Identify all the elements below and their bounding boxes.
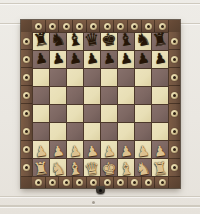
board-border-left [21, 32, 32, 177]
square-f6 [118, 69, 134, 86]
white-king: ♚ [100, 159, 118, 178]
chess-board: ♜♞♝♛♚♝♞♜♟♟♟♟♟♟♟♟♟♟♟♟♟♟♟♟♜♞♝♛♚♝♞♜ [21, 20, 180, 188]
square-b1: ♞ [50, 159, 66, 176]
brass-ring-ornament [131, 179, 138, 186]
brass-ring-ornament [35, 179, 42, 186]
square-a1: ♜ [33, 159, 49, 176]
brass-ring-ornament [171, 56, 178, 63]
box-latch [96, 186, 105, 194]
square-h6 [152, 69, 168, 86]
black-pawn: ♟ [32, 50, 50, 67]
brass-ring-ornament [23, 74, 30, 81]
square-a7: ♟ [33, 51, 49, 68]
square-g5 [135, 87, 151, 104]
black-king: ♚ [100, 30, 119, 50]
square-e6 [101, 69, 117, 86]
board-border-right [169, 32, 180, 177]
brass-ring-ornament [23, 164, 30, 171]
brass-ring-ornament [117, 23, 124, 30]
white-bishop: ♝ [66, 159, 84, 178]
brass-ring-ornament [171, 110, 178, 117]
brass-ring-ornament [49, 23, 56, 30]
square-f8: ♝ [118, 33, 134, 50]
square-h1: ♜ [152, 159, 168, 176]
black-bishop: ♝ [66, 30, 85, 50]
square-g3 [135, 123, 151, 140]
square-c2: ♟ [67, 141, 83, 158]
board-border-corner [169, 177, 180, 188]
square-e7: ♟ [101, 51, 117, 68]
brass-ring-ornament [23, 110, 30, 117]
square-d7: ♟ [84, 51, 100, 68]
square-c4 [67, 105, 83, 122]
black-pawn: ♟ [100, 50, 118, 67]
square-a6 [33, 69, 49, 86]
black-pawn: ♟ [66, 50, 84, 67]
square-e5 [101, 87, 117, 104]
white-pawn: ♟ [134, 142, 152, 158]
black-pawn: ♟ [83, 50, 101, 67]
black-pawn: ♟ [134, 50, 152, 67]
square-d1: ♛ [84, 159, 100, 176]
square-b6 [50, 69, 66, 86]
square-b4 [50, 105, 66, 122]
white-pawn: ♟ [83, 142, 101, 158]
square-e3 [101, 123, 117, 140]
square-b5 [50, 87, 66, 104]
plank-seam [0, 205, 200, 207]
square-g2: ♟ [135, 141, 151, 158]
black-bishop: ♝ [117, 30, 136, 50]
square-c7: ♟ [67, 51, 83, 68]
black-knight: ♞ [49, 30, 68, 50]
square-g4 [135, 105, 151, 122]
brass-ring-ornament [63, 179, 70, 186]
brass-ring-ornament [90, 179, 97, 186]
photo-scene: ♜♞♝♛♚♝♞♜♟♟♟♟♟♟♟♟♟♟♟♟♟♟♟♟♜♞♝♛♚♝♞♜ [0, 0, 200, 214]
brass-ring-ornament [171, 128, 178, 135]
square-h8: ♜ [152, 33, 168, 50]
white-pawn: ♟ [49, 142, 67, 158]
square-a4 [33, 105, 49, 122]
square-e2: ♟ [101, 141, 117, 158]
square-h5 [152, 87, 168, 104]
black-knight: ♞ [134, 30, 153, 50]
board-squares: ♜♞♝♛♚♝♞♜♟♟♟♟♟♟♟♟♟♟♟♟♟♟♟♟♜♞♝♛♚♝♞♜ [32, 32, 169, 177]
square-f4 [118, 105, 134, 122]
brass-ring-ornament [104, 179, 111, 186]
brass-ring-ornament [171, 38, 178, 45]
black-pawn: ♟ [49, 50, 67, 67]
black-pawn: ♟ [117, 50, 135, 67]
square-f5 [118, 87, 134, 104]
white-knight: ♞ [134, 159, 152, 178]
square-g7: ♟ [135, 51, 151, 68]
white-pawn: ♟ [117, 142, 135, 158]
square-e8: ♚ [101, 33, 117, 50]
brass-ring-ornament [131, 23, 138, 30]
board-border-corner [21, 20, 32, 32]
square-b2: ♟ [50, 141, 66, 158]
black-pawn: ♟ [151, 50, 169, 67]
white-knight: ♞ [49, 159, 67, 178]
square-h7: ♟ [152, 51, 168, 68]
square-f1: ♝ [118, 159, 134, 176]
square-h3 [152, 123, 168, 140]
brass-ring-ornament [49, 179, 56, 186]
white-pawn: ♟ [32, 142, 50, 158]
square-h2: ♟ [152, 141, 168, 158]
board-border-corner [169, 20, 180, 32]
square-f7: ♟ [118, 51, 134, 68]
square-f3 [118, 123, 134, 140]
black-queen: ♛ [83, 30, 102, 50]
white-pawn: ♟ [100, 142, 118, 158]
white-rook: ♜ [151, 159, 169, 178]
brass-ring-ornament [117, 179, 124, 186]
brass-ring-ornament [145, 179, 152, 186]
square-d4 [84, 105, 100, 122]
brass-ring-ornament [23, 146, 30, 153]
brass-ring-ornament [171, 146, 178, 153]
white-pawn: ♟ [151, 142, 169, 158]
square-b8: ♞ [50, 33, 66, 50]
brass-ring-ornament [23, 92, 30, 99]
brass-ring-ornament [159, 179, 166, 186]
square-a5 [33, 87, 49, 104]
square-b3 [50, 123, 66, 140]
square-c1: ♝ [67, 159, 83, 176]
square-b7: ♟ [50, 51, 66, 68]
square-e1: ♚ [101, 159, 117, 176]
square-d8: ♛ [84, 33, 100, 50]
brass-ring-ornament [23, 38, 30, 45]
plank-seam [0, 196, 200, 197]
square-c5 [67, 87, 83, 104]
square-c8: ♝ [67, 33, 83, 50]
square-c3 [67, 123, 83, 140]
square-a2: ♟ [33, 141, 49, 158]
square-d2: ♟ [84, 141, 100, 158]
square-a8: ♜ [33, 33, 49, 50]
brass-ring-ornament [23, 56, 30, 63]
square-e4 [101, 105, 117, 122]
brass-ring-ornament [23, 128, 30, 135]
square-g1: ♞ [135, 159, 151, 176]
square-a3 [33, 123, 49, 140]
square-g6 [135, 69, 151, 86]
square-d6 [84, 69, 100, 86]
white-queen: ♛ [83, 159, 101, 178]
square-f2: ♟ [118, 141, 134, 158]
square-h4 [152, 105, 168, 122]
plank-seam [0, 3, 200, 4]
square-c6 [67, 69, 83, 86]
brass-ring-ornament [171, 92, 178, 99]
square-g8: ♞ [135, 33, 151, 50]
brass-ring-ornament [171, 74, 178, 81]
square-d5 [84, 87, 100, 104]
board-border-corner [21, 177, 32, 188]
square-d3 [84, 123, 100, 140]
brass-ring-ornament [76, 179, 83, 186]
brass-ring-ornament [171, 164, 178, 171]
white-pawn: ♟ [66, 142, 84, 158]
black-rook: ♜ [151, 30, 170, 50]
surface-dot [92, 201, 95, 204]
white-rook: ♜ [32, 159, 50, 178]
white-bishop: ♝ [117, 159, 135, 178]
black-rook: ♜ [32, 30, 51, 50]
